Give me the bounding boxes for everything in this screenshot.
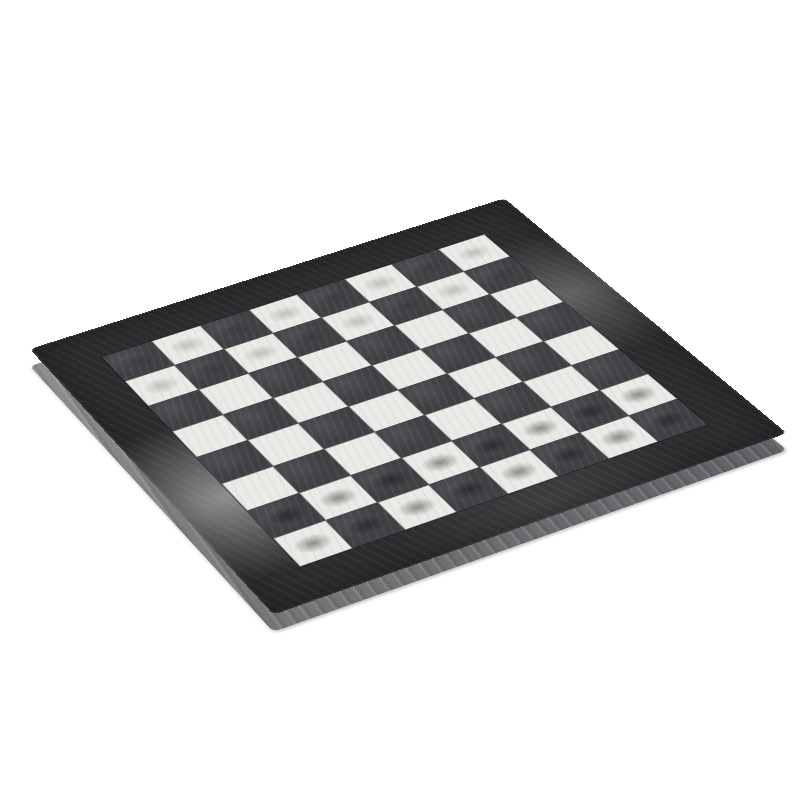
product-photo-canvas: ♞♜♝♛♚♝♜♞♟♟♟♟♟♟♟♟♟♟♟♟♟♟♟♟♞♜♝♛♚♝♜♞ <box>0 0 800 800</box>
white-pawn-glyph: ♟ <box>381 254 431 310</box>
black-knight-glyph: ♞ <box>276 466 350 549</box>
chessboard-grid: ♞♜♝♛♚♝♜♞♟♟♟♟♟♟♟♟♟♟♟♟♟♟♟♟♞♜♝♛♚♝♜♞ <box>102 234 708 566</box>
white-pawn-glyph: ♟ <box>186 316 237 373</box>
white-pawn-glyph: ♟ <box>476 224 526 280</box>
white-pawn-glyph: ♟ <box>285 285 336 342</box>
square-d4 <box>323 365 398 406</box>
chessboard-frame: ♞♜♝♛♚♝♜♞♟♟♟♟♟♟♟♟♟♟♟♟♟♟♟♟♞♜♝♛♚♝♜♞ <box>30 198 787 614</box>
white-pawn-glyph: ♟ <box>429 239 479 295</box>
square-a8: ♞ <box>273 520 353 566</box>
white-pawn-glyph: ♟ <box>333 270 384 326</box>
white-pawn-glyph: ♟ <box>236 301 287 358</box>
white-pawn-glyph: ♟ <box>136 332 188 390</box>
